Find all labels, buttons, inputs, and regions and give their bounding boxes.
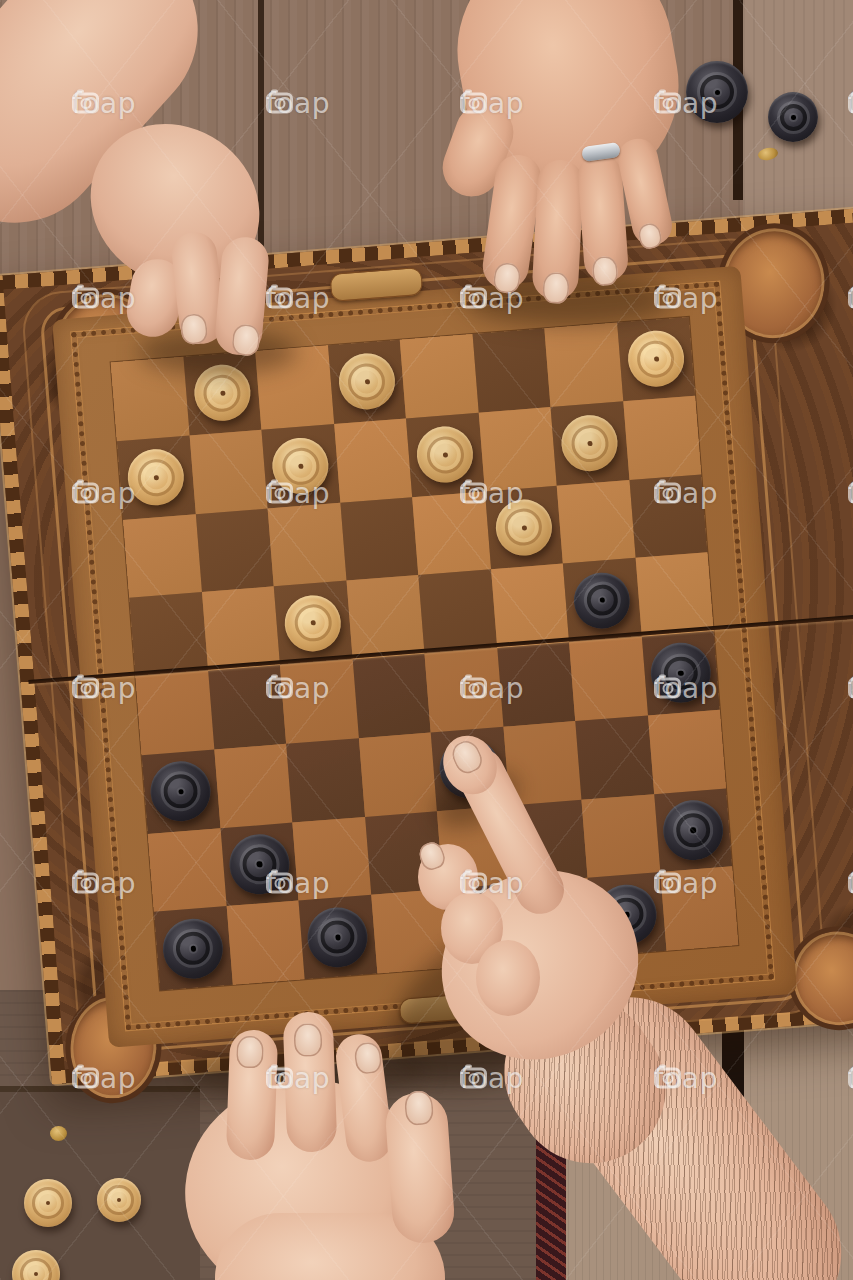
checker-black-h7[interactable] [661, 798, 726, 863]
square-b2[interactable] [189, 430, 267, 514]
square-d3[interactable] [340, 497, 418, 581]
checker-white-f3[interactable] [494, 497, 554, 557]
square-a8[interactable] [154, 906, 232, 990]
square-f5[interactable] [497, 642, 575, 726]
checker-black-a8[interactable] [161, 916, 226, 981]
checker-white-e2[interactable] [415, 425, 475, 485]
square-h2[interactable] [623, 395, 701, 479]
fingernail [293, 1023, 322, 1057]
thumbnail [404, 1090, 434, 1126]
checker-black-g4[interactable] [572, 570, 632, 630]
square-g1[interactable] [544, 323, 622, 407]
square-b3[interactable] [195, 508, 273, 592]
square-h6[interactable] [648, 709, 726, 793]
checker-white-h1[interactable] [626, 329, 686, 389]
square-d6[interactable] [358, 732, 436, 816]
square-h7[interactable] [654, 788, 732, 872]
square-g6[interactable] [575, 715, 653, 799]
checker-black-a6[interactable] [149, 759, 214, 824]
square-c4[interactable] [274, 581, 352, 665]
square-f2[interactable] [478, 407, 556, 491]
square-a3[interactable] [123, 514, 201, 598]
square-g5[interactable] [569, 637, 647, 721]
square-d2[interactable] [334, 418, 412, 502]
loose-checker-black[interactable] [768, 92, 818, 142]
square-h5[interactable] [641, 631, 719, 715]
square-a2[interactable] [117, 435, 195, 519]
fingernail [592, 256, 619, 287]
checker-black-b7[interactable] [227, 832, 292, 897]
square-c8[interactable] [298, 895, 376, 979]
loose-checker-white[interactable] [97, 1178, 141, 1222]
square-e1[interactable] [400, 334, 478, 418]
photo-scene: foapfoapfoapfoapfoapfoapfoapfoapfoapfoap… [0, 0, 853, 1280]
checker-white-g2[interactable] [560, 413, 620, 473]
square-e5[interactable] [425, 648, 503, 732]
square-a5[interactable] [135, 671, 213, 755]
checker-black-c8[interactable] [305, 905, 370, 970]
square-c2[interactable] [261, 424, 339, 508]
square-h1[interactable] [617, 317, 695, 401]
square-d5[interactable] [352, 654, 430, 738]
checker-white-c2[interactable] [271, 436, 331, 496]
square-c7[interactable] [292, 816, 370, 900]
square-f4[interactable] [491, 564, 569, 648]
square-e4[interactable] [418, 570, 496, 654]
curled-finger [476, 940, 540, 1016]
square-a7[interactable] [148, 828, 226, 912]
fingernail [542, 272, 570, 304]
square-f3[interactable] [484, 485, 562, 569]
square-h8[interactable] [660, 866, 738, 950]
square-g7[interactable] [581, 794, 659, 878]
game-board [0, 208, 853, 1085]
square-f1[interactable] [472, 328, 550, 412]
square-h3[interactable] [629, 474, 707, 558]
square-c5[interactable] [280, 659, 358, 743]
square-b5[interactable] [208, 665, 286, 749]
brass-knob [50, 1126, 67, 1141]
square-a6[interactable] [142, 749, 220, 833]
checker-white-a2[interactable] [126, 447, 186, 507]
square-g3[interactable] [557, 480, 635, 564]
square-a4[interactable] [129, 592, 207, 676]
checker-black-h5[interactable] [648, 641, 713, 706]
square-h4[interactable] [635, 552, 713, 636]
square-b6[interactable] [214, 744, 292, 828]
square-e2[interactable] [406, 413, 484, 497]
square-g4[interactable] [563, 558, 641, 642]
square-g2[interactable] [551, 401, 629, 485]
loose-checker-black[interactable] [686, 61, 748, 123]
square-b4[interactable] [201, 587, 279, 671]
loose-checker-white[interactable] [24, 1179, 72, 1227]
square-b8[interactable] [226, 901, 304, 985]
square-d4[interactable] [346, 575, 424, 659]
checker-white-c4[interactable] [283, 593, 343, 653]
checker-white-d1[interactable] [337, 352, 397, 412]
square-d1[interactable] [328, 340, 406, 424]
square-c3[interactable] [268, 502, 346, 586]
square-c6[interactable] [286, 738, 364, 822]
fingernail [236, 1036, 264, 1069]
square-b7[interactable] [220, 822, 298, 906]
square-e3[interactable] [412, 491, 490, 575]
